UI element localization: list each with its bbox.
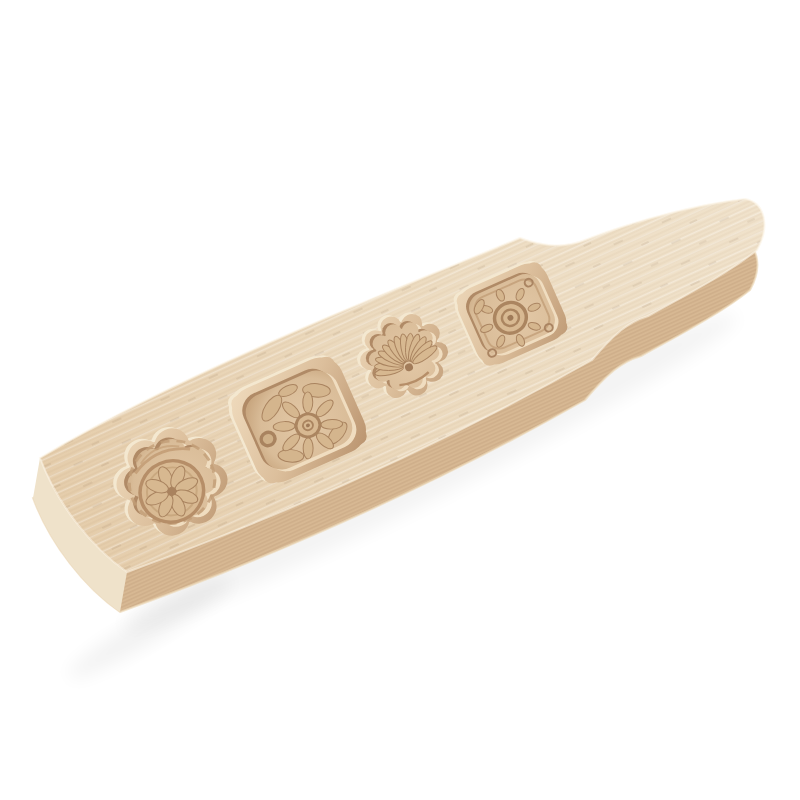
photo-stage: Wooden mooncake mold — carved four-cavit… <box>0 0 800 800</box>
mooncake-mold-illustration: Wooden mooncake mold — carved four-cavit… <box>0 0 800 800</box>
product-photo: Wooden mooncake mold — carved four-cavit… <box>0 0 800 800</box>
